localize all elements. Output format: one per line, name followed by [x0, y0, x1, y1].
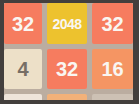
tile-32: 32: [4, 3, 42, 44]
2048-board[interactable]: 32 2048 32 4 32 16: [4, 3, 133, 100]
tile-partial-light: [4, 94, 42, 100]
tile-32: 32: [92, 3, 133, 44]
tile-2048: 2048: [47, 3, 87, 44]
tile-32: 32: [47, 49, 87, 89]
empty-cell: [92, 94, 133, 100]
tile-partial-orange: [47, 94, 87, 100]
tile-4: 4: [4, 49, 42, 89]
tile-16: 16: [92, 49, 133, 89]
game-window: 32 2048 32 4 32 16: [0, 0, 139, 104]
